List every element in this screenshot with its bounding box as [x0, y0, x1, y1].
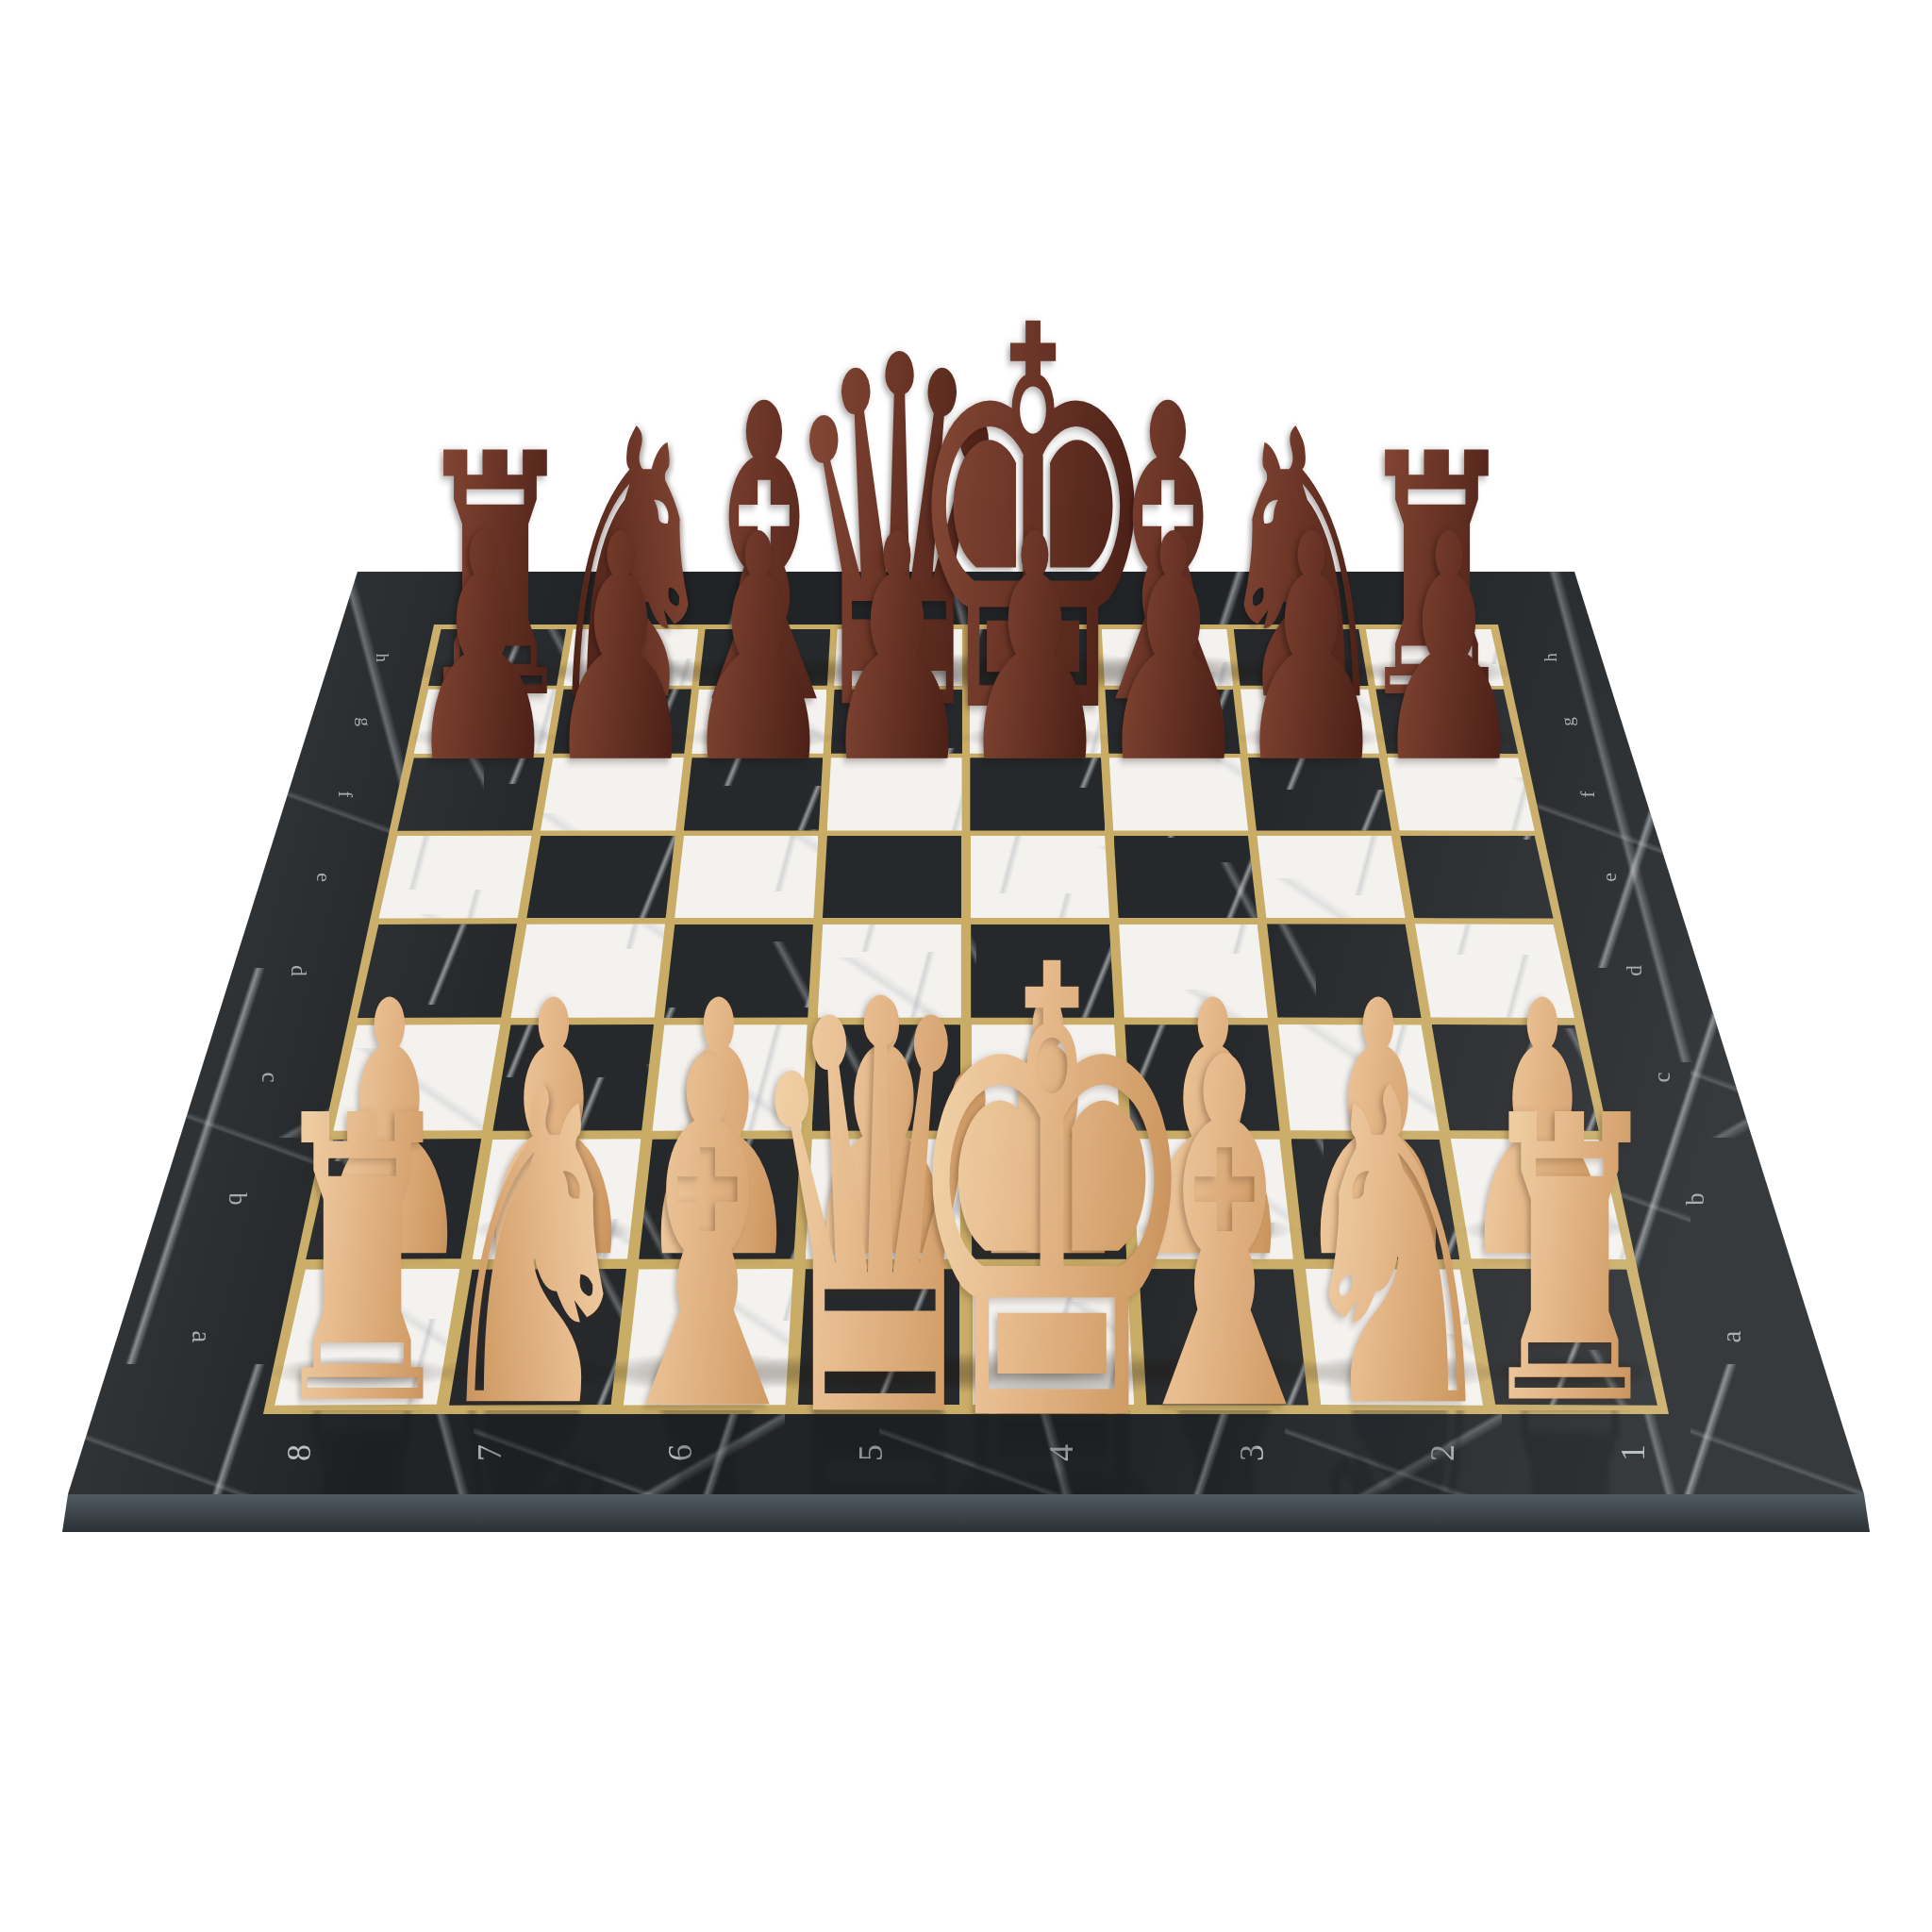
square-g6[interactable] — [691, 690, 826, 754]
piece-dark-bishop-h3[interactable]: ♝ — [1067, 353, 1269, 761]
piece-dark-king-h4[interactable]: ♚ — [903, 260, 1163, 788]
pawn-glyph: ♟ — [797, 957, 970, 1307]
bishop-glyph: ♝ — [663, 353, 865, 761]
piece-contact-shadow — [825, 724, 969, 751]
piece-dark-pawn-g1[interactable]: ♟ — [1373, 494, 1526, 807]
square-h6[interactable] — [699, 629, 830, 686]
square-b6[interactable] — [639, 1139, 800, 1259]
square-d4[interactable] — [971, 924, 1114, 1018]
rank-label-bottom-6: 6 — [660, 1444, 700, 1461]
file-label-left-d: d — [285, 965, 310, 976]
piece-light-rook-a1[interactable]: ♜ — [1473, 1066, 1666, 1459]
square-d6[interactable] — [664, 924, 813, 1018]
file-label-left-e: e — [311, 873, 335, 882]
pawn-glyph: ♟ — [1457, 957, 1629, 1307]
square-g8[interactable] — [414, 689, 557, 754]
piece-light-pawn-b1[interactable]: ♟ — [1457, 957, 1629, 1307]
board-bevel-edge — [62, 1494, 1870, 1532]
piece-contact-shadow — [1132, 1215, 1293, 1245]
piece-light-pawn-b3[interactable]: ♟ — [1126, 957, 1299, 1307]
square-f1[interactable] — [1388, 758, 1535, 831]
piece-contact-shadow — [308, 1215, 470, 1245]
piece-light-pawn-b5[interactable]: ♟ — [797, 957, 970, 1307]
square-c7[interactable] — [492, 1024, 654, 1131]
rook-glyph: ♜ — [265, 1066, 458, 1459]
square-b7[interactable] — [473, 1139, 641, 1259]
near-border-reflections: ♜♞♝♛♚♝♞♜ — [68, 1410, 1864, 1494]
piece-light-knight-a2[interactable]: ♞ — [1290, 1033, 1504, 1468]
piece-contact-shadow — [639, 1215, 800, 1245]
square-c6[interactable] — [652, 1024, 807, 1131]
square-b2[interactable] — [1291, 1139, 1460, 1259]
square-e6[interactable] — [675, 836, 818, 919]
square-d5[interactable] — [818, 924, 961, 1018]
square-c2[interactable] — [1278, 1024, 1440, 1131]
piece-contact-shadow — [597, 1352, 818, 1392]
reflection-knight: ♞ — [1290, 1306, 1504, 1740]
piece-contact-shadow — [1359, 658, 1513, 686]
piece-contact-shadow — [1240, 724, 1383, 751]
board-coordinates: 8765432187654321abcdefghabcdefgh — [0, 0, 1932, 1932]
knight-glyph: ♞ — [1290, 1033, 1504, 1468]
piece-dark-pawn-g2[interactable]: ♟ — [1234, 494, 1388, 807]
file-label-left-g: g — [354, 717, 375, 726]
square-g5[interactable] — [831, 690, 962, 754]
file-label-right-f: f — [1576, 791, 1598, 797]
piece-light-pawn-b8[interactable]: ♟ — [303, 957, 475, 1307]
square-a5[interactable] — [798, 1269, 960, 1405]
file-label-left-f: f — [334, 791, 356, 797]
chess-pieces: ♜♞♝♛♚♝♞♜♜♞♝♛♚♝♞♜♟♟♟♟♟♟♟♟♟♟♟♟♟♟♟♟♜♞♝♛♚♝♞♜ — [0, 0, 1932, 1932]
pawn-glyph: ♟ — [820, 494, 974, 807]
piece-contact-shadow — [549, 724, 692, 751]
rank-label-bottom-3: 3 — [1232, 1444, 1272, 1461]
piece-contact-shadow — [1101, 724, 1244, 751]
square-c4[interactable] — [972, 1024, 1121, 1130]
rank-label-bottom-8: 8 — [279, 1444, 319, 1461]
square-e5[interactable] — [823, 836, 961, 919]
piece-light-queen-a5[interactable]: ♛ — [740, 929, 1020, 1496]
pawn-glyph: ♟ — [1373, 494, 1526, 807]
piece-contact-shadow — [411, 724, 555, 751]
piece-dark-pawn-g8[interactable]: ♟ — [406, 494, 559, 807]
square-g3[interactable] — [1105, 690, 1240, 754]
square-a7[interactable] — [449, 1269, 626, 1406]
piece-dark-pawn-g6[interactable]: ♟ — [682, 494, 836, 807]
square-b8[interactable] — [306, 1139, 481, 1259]
square-c5[interactable] — [812, 1024, 961, 1130]
file-label-right-g: g — [1557, 717, 1578, 726]
file-label-right-a: a — [1716, 1331, 1747, 1343]
piece-contact-shadow — [435, 1354, 635, 1391]
piece-contact-shadow — [963, 724, 1107, 751]
square-b1[interactable] — [1451, 1139, 1626, 1259]
square-a8[interactable] — [275, 1269, 459, 1406]
reflection-queen: ♛ — [740, 1274, 1020, 1841]
chess-board — [0, 0, 1932, 1932]
king-glyph: ♚ — [899, 889, 1205, 1509]
rank-label-top-5: 5 — [889, 594, 905, 602]
square-a6[interactable] — [624, 1269, 793, 1406]
square-b3[interactable] — [1131, 1139, 1292, 1259]
rank-label-top-7: 7 — [611, 594, 627, 602]
piece-contact-shadow — [1074, 655, 1261, 690]
reflection-bishop: ♝ — [1107, 1295, 1343, 1776]
square-e3[interactable] — [1114, 836, 1257, 919]
piece-light-bishop-a3[interactable]: ♝ — [1107, 997, 1343, 1478]
piece-light-pawn-b7[interactable]: ♟ — [468, 957, 641, 1307]
knight-glyph: ♞ — [539, 383, 721, 753]
square-h7[interactable] — [563, 629, 698, 686]
piece-dark-queen-h5[interactable]: ♛ — [780, 295, 1018, 777]
pawn-glyph: ♟ — [303, 957, 475, 1307]
square-h8[interactable] — [428, 629, 566, 686]
square-f4[interactable] — [970, 758, 1105, 830]
square-a1[interactable] — [1473, 1269, 1657, 1406]
piece-contact-shadow — [912, 649, 1155, 694]
square-h5[interactable] — [834, 629, 962, 686]
knight-glyph: ♞ — [427, 1033, 641, 1468]
board-gloss-sheen — [68, 572, 1864, 1494]
grid-frame — [263, 625, 1669, 1414]
file-label-left-c: c — [257, 1073, 283, 1083]
square-e4[interactable] — [971, 836, 1109, 919]
rank-label-top-8: 8 — [473, 594, 489, 602]
square-f5[interactable] — [827, 758, 962, 830]
pawn-glyph: ♟ — [1126, 957, 1299, 1307]
pawn-glyph: ♟ — [962, 957, 1135, 1307]
reflection-bishop: ♝ — [589, 1295, 825, 1776]
square-f8[interactable] — [397, 758, 544, 831]
square-g1[interactable] — [1375, 689, 1518, 754]
square-h4[interactable] — [970, 629, 1098, 686]
reflection-rook: ♜ — [265, 1316, 458, 1709]
rank-label-top-4: 4 — [1027, 594, 1043, 602]
king-glyph: ♚ — [903, 260, 1163, 788]
rank-label-top-6: 6 — [750, 594, 766, 602]
pawn-glyph: ♟ — [958, 494, 1112, 807]
square-h2[interactable] — [1234, 629, 1369, 686]
square-f2[interactable] — [1248, 758, 1391, 831]
square-h1[interactable] — [1366, 629, 1504, 686]
square-a2[interactable] — [1306, 1269, 1483, 1406]
piece-dark-rook-h8[interactable]: ♜ — [413, 411, 578, 745]
piece-dark-knight-h7[interactable]: ♞ — [539, 383, 721, 753]
rank-label-bottom-7: 7 — [470, 1444, 509, 1461]
piece-light-pawn-b6[interactable]: ♟ — [632, 957, 805, 1307]
file-label-right-d: d — [1622, 965, 1647, 976]
square-d2[interactable] — [1267, 924, 1421, 1018]
piece-light-bishop-a6[interactable]: ♝ — [589, 997, 825, 1478]
piece-contact-shadow — [671, 655, 858, 690]
piece-contact-shadow — [1479, 1356, 1660, 1389]
piece-dark-pawn-g4[interactable]: ♟ — [958, 494, 1112, 807]
pawn-glyph: ♟ — [1234, 494, 1388, 807]
piece-light-pawn-b4[interactable]: ♟ — [962, 957, 1135, 1307]
square-a3[interactable] — [1139, 1269, 1308, 1406]
square-e2[interactable] — [1257, 836, 1405, 919]
file-label-right-e: e — [1597, 873, 1621, 882]
pawn-glyph: ♟ — [543, 494, 697, 807]
file-label-left-a: a — [185, 1331, 216, 1343]
piece-contact-shadow — [419, 658, 573, 686]
bishop-glyph: ♝ — [1067, 353, 1269, 761]
square-c3[interactable] — [1124, 1024, 1279, 1131]
bishop-glyph: ♝ — [1107, 997, 1343, 1478]
rank-label-bottom-1: 1 — [1613, 1444, 1653, 1461]
file-label-right-b: b — [1680, 1192, 1709, 1205]
piece-contact-shadow — [1217, 656, 1387, 687]
pawn-glyph: ♟ — [406, 494, 559, 807]
piece-contact-shadow — [1297, 1215, 1458, 1245]
square-c1[interactable] — [1432, 1024, 1599, 1131]
square-f3[interactable] — [1109, 758, 1248, 830]
pawn-glyph: ♟ — [1291, 957, 1464, 1307]
piece-contact-shadow — [544, 656, 714, 687]
square-h3[interactable] — [1102, 629, 1233, 686]
piece-light-knight-a7[interactable]: ♞ — [427, 1033, 641, 1468]
piece-contact-shadow — [1462, 1215, 1624, 1245]
rank-label-top-2: 2 — [1305, 594, 1321, 602]
piece-dark-pawn-g7[interactable]: ♟ — [543, 494, 697, 807]
rank-label-top-3: 3 — [1166, 594, 1182, 602]
rook-glyph: ♜ — [1355, 411, 1520, 745]
rook-glyph: ♜ — [413, 411, 578, 745]
rook-glyph: ♜ — [1473, 1066, 1666, 1459]
piece-contact-shadow — [1297, 1354, 1497, 1391]
file-label-left-h: h — [371, 653, 391, 661]
square-e7[interactable] — [526, 836, 675, 919]
piece-contact-shadow — [1377, 724, 1521, 751]
piece-dark-bishop-h6[interactable]: ♝ — [663, 353, 865, 761]
piece-contact-shadow — [968, 1215, 1129, 1245]
piece-contact-shadow — [909, 1346, 1194, 1399]
square-f6[interactable] — [684, 758, 823, 830]
piece-dark-pawn-g5[interactable]: ♟ — [820, 494, 974, 807]
square-d7[interactable] — [510, 924, 664, 1018]
knight-glyph: ♞ — [1211, 383, 1393, 753]
chess-photo-scene: 8765432187654321abcdefghabcdefgh ♜♞♝♛♚♝♞… — [0, 0, 1932, 1932]
pawn-glyph: ♟ — [632, 957, 805, 1307]
rank-label-bottom-2: 2 — [1423, 1444, 1462, 1461]
file-label-right-h: h — [1541, 653, 1561, 661]
square-g7[interactable] — [553, 689, 691, 753]
square-c8[interactable] — [333, 1024, 500, 1131]
piece-contact-shadow — [474, 1215, 635, 1245]
queen-glyph: ♛ — [740, 929, 1020, 1496]
square-b4[interactable] — [972, 1139, 1126, 1258]
piece-light-pawn-b2[interactable]: ♟ — [1291, 957, 1464, 1307]
square-d3[interactable] — [1119, 924, 1268, 1018]
file-label-left-b: b — [223, 1192, 252, 1205]
file-label-right-c: c — [1649, 1073, 1675, 1083]
rank-label-bottom-4: 4 — [1041, 1444, 1081, 1461]
piece-dark-pawn-g3[interactable]: ♟ — [1096, 494, 1250, 807]
square-g2[interactable] — [1241, 689, 1379, 753]
pawn-glyph: ♟ — [468, 957, 641, 1307]
reflection-rook: ♜ — [1473, 1316, 1666, 1709]
square-e1[interactable] — [1400, 836, 1553, 919]
bishop-glyph: ♝ — [589, 997, 825, 1478]
board-border — [68, 572, 1864, 1494]
square-d8[interactable] — [358, 924, 517, 1018]
piece-light-king-a4[interactable]: ♚ — [899, 889, 1205, 1509]
piece-contact-shadow — [803, 1215, 964, 1245]
piece-contact-shadow — [272, 1356, 453, 1389]
square-a4[interactable] — [973, 1269, 1135, 1405]
pawn-glyph: ♟ — [682, 494, 836, 807]
piece-dark-knight-h2[interactable]: ♞ — [1211, 383, 1393, 753]
piece-dark-rook-h1[interactable]: ♜ — [1355, 411, 1520, 745]
queen-glyph: ♛ — [780, 295, 1018, 777]
rank-label-top-1: 1 — [1443, 594, 1459, 602]
square-d1[interactable] — [1415, 924, 1574, 1018]
square-b5[interactable] — [806, 1139, 960, 1258]
reflection-knight: ♞ — [427, 1306, 641, 1740]
piece-contact-shadow — [1114, 1352, 1335, 1392]
square-e8[interactable] — [378, 836, 531, 919]
square-g4[interactable] — [970, 690, 1101, 754]
piece-light-rook-a8[interactable]: ♜ — [265, 1066, 458, 1459]
rank-label-bottom-5: 5 — [851, 1444, 891, 1461]
reflection-king: ♚ — [899, 1261, 1205, 1882]
piece-contact-shadow — [749, 1348, 1010, 1396]
piece-contact-shadow — [788, 651, 1009, 691]
square-f7[interactable] — [541, 758, 684, 831]
pawn-glyph: ♟ — [1096, 494, 1250, 807]
piece-contact-shadow — [687, 724, 830, 751]
